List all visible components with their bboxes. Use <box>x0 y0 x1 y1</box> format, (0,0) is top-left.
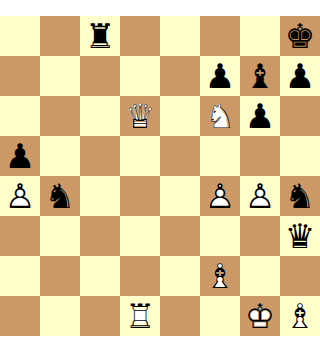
square-d6[interactable]: ♛♕ <box>120 96 160 136</box>
square-f1[interactable] <box>200 296 240 336</box>
square-a7[interactable] <box>0 56 40 96</box>
square-g7[interactable]: ♝ <box>240 56 280 96</box>
piece-outline: ♙ <box>200 176 240 216</box>
square-f4[interactable]: ♟♙ <box>200 176 240 216</box>
square-h3[interactable]: ♛ <box>280 216 320 256</box>
square-f5[interactable] <box>200 136 240 176</box>
piece-glyph: ♜ <box>80 16 120 56</box>
square-c1[interactable] <box>80 296 120 336</box>
black-pawn[interactable]: ♟ <box>0 136 40 176</box>
square-a4[interactable]: ♟♙ <box>0 176 40 216</box>
black-knight[interactable]: ♞ <box>40 176 80 216</box>
piece-glyph: ♝ <box>240 56 280 96</box>
puzzle-app: T1.1238 ♜♚♟♝♟♛♕♞♘♟♟♟♙♞♟♙♟♙♞♛♝♗♜♖♚♔♝♗ 1. … <box>0 0 320 360</box>
square-e6[interactable] <box>160 96 200 136</box>
chess-board: ♜♚♟♝♟♛♕♞♘♟♟♟♙♞♟♙♟♙♞♛♝♗♜♖♚♔♝♗ <box>0 16 320 336</box>
square-d2[interactable] <box>120 256 160 296</box>
square-c6[interactable] <box>80 96 120 136</box>
square-b4[interactable]: ♞ <box>40 176 80 216</box>
square-c3[interactable] <box>80 216 120 256</box>
square-c2[interactable] <box>80 256 120 296</box>
square-h6[interactable] <box>280 96 320 136</box>
square-c7[interactable] <box>80 56 120 96</box>
piece-outline: ♖ <box>120 296 160 336</box>
white-pawn[interactable]: ♟♙ <box>0 176 40 216</box>
square-a3[interactable] <box>0 216 40 256</box>
square-d1[interactable]: ♜♖ <box>120 296 160 336</box>
black-rook[interactable]: ♜ <box>80 16 120 56</box>
white-bishop[interactable]: ♝♗ <box>200 256 240 296</box>
status-bar: 1. ? <box>0 336 320 360</box>
square-g6[interactable]: ♟ <box>240 96 280 136</box>
square-e4[interactable] <box>160 176 200 216</box>
piece-glyph: ♞ <box>40 176 80 216</box>
square-b8[interactable] <box>40 16 80 56</box>
white-knight[interactable]: ♞♘ <box>200 96 240 136</box>
square-d5[interactable] <box>120 136 160 176</box>
square-e2[interactable] <box>160 256 200 296</box>
square-b3[interactable] <box>40 216 80 256</box>
white-pawn[interactable]: ♟♙ <box>240 176 280 216</box>
square-e3[interactable] <box>160 216 200 256</box>
piece-glyph: ♛ <box>280 216 320 256</box>
piece-glyph: ♞ <box>280 176 320 216</box>
square-e1[interactable] <box>160 296 200 336</box>
square-c4[interactable] <box>80 176 120 216</box>
square-d8[interactable] <box>120 16 160 56</box>
black-pawn[interactable]: ♟ <box>280 56 320 96</box>
square-e7[interactable] <box>160 56 200 96</box>
square-f2[interactable]: ♝♗ <box>200 256 240 296</box>
square-b6[interactable] <box>40 96 80 136</box>
white-king[interactable]: ♚♔ <box>240 296 280 336</box>
black-pawn[interactable]: ♟ <box>240 96 280 136</box>
square-a1[interactable] <box>0 296 40 336</box>
piece-glyph: ♟ <box>240 96 280 136</box>
square-g5[interactable] <box>240 136 280 176</box>
square-b1[interactable] <box>40 296 80 336</box>
white-queen[interactable]: ♛♕ <box>120 96 160 136</box>
square-c8[interactable]: ♜ <box>80 16 120 56</box>
square-a8[interactable] <box>0 16 40 56</box>
black-bishop[interactable]: ♝ <box>240 56 280 96</box>
square-f3[interactable] <box>200 216 240 256</box>
piece-outline: ♗ <box>200 256 240 296</box>
square-g3[interactable] <box>240 216 280 256</box>
piece-outline: ♗ <box>280 296 320 336</box>
black-queen[interactable]: ♛ <box>280 216 320 256</box>
white-rook[interactable]: ♜♖ <box>120 296 160 336</box>
white-bishop[interactable]: ♝♗ <box>280 296 320 336</box>
black-king[interactable]: ♚ <box>280 16 320 56</box>
square-g4[interactable]: ♟♙ <box>240 176 280 216</box>
white-pawn[interactable]: ♟♙ <box>200 176 240 216</box>
square-f6[interactable]: ♞♘ <box>200 96 240 136</box>
square-b2[interactable] <box>40 256 80 296</box>
square-a6[interactable] <box>0 96 40 136</box>
square-c5[interactable] <box>80 136 120 176</box>
square-b7[interactable] <box>40 56 80 96</box>
piece-outline: ♘ <box>200 96 240 136</box>
piece-glyph: ♚ <box>280 16 320 56</box>
black-knight[interactable]: ♞ <box>280 176 320 216</box>
square-h5[interactable] <box>280 136 320 176</box>
piece-glyph: ♟ <box>200 56 240 96</box>
square-b5[interactable] <box>40 136 80 176</box>
square-h7[interactable]: ♟ <box>280 56 320 96</box>
square-e8[interactable] <box>160 16 200 56</box>
square-a5[interactable]: ♟ <box>0 136 40 176</box>
square-h8[interactable]: ♚ <box>280 16 320 56</box>
square-h1[interactable]: ♝♗ <box>280 296 320 336</box>
title-bar: T1.1238 <box>0 0 320 16</box>
piece-outline: ♕ <box>120 96 160 136</box>
square-d3[interactable] <box>120 216 160 256</box>
square-a2[interactable] <box>0 256 40 296</box>
square-f8[interactable] <box>200 16 240 56</box>
square-f7[interactable]: ♟ <box>200 56 240 96</box>
square-g8[interactable] <box>240 16 280 56</box>
square-g1[interactable]: ♚♔ <box>240 296 280 336</box>
square-e5[interactable] <box>160 136 200 176</box>
piece-glyph: ♟ <box>280 56 320 96</box>
piece-outline: ♙ <box>0 176 40 216</box>
square-d4[interactable] <box>120 176 160 216</box>
square-h4[interactable]: ♞ <box>280 176 320 216</box>
piece-outline: ♙ <box>240 176 280 216</box>
piece-glyph: ♟ <box>0 136 40 176</box>
square-d7[interactable] <box>120 56 160 96</box>
black-pawn[interactable]: ♟ <box>200 56 240 96</box>
square-g2[interactable] <box>240 256 280 296</box>
piece-outline: ♔ <box>240 296 280 336</box>
square-h2[interactable] <box>280 256 320 296</box>
